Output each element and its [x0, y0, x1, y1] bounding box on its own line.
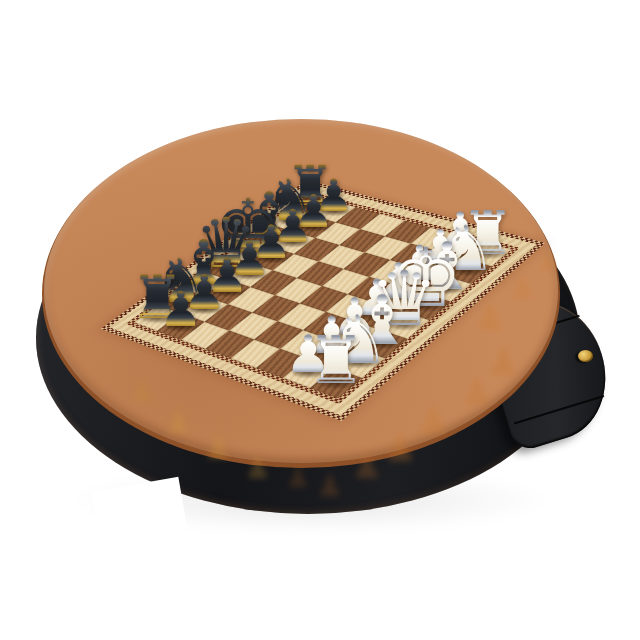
piece-black-pawn-a7[interactable]: ♟ [159, 286, 202, 334]
chess-set-scene: ♟♟♟♟♟♟♟♟♟♟♟♟♟♟ ♜♟♟♜♞♟♟♞♝♟♟♝♚♟♟♚♛♟♟♛♝♟♟♝♞… [0, 0, 640, 640]
pieces-layer: ♜♟♟♜♞♟♟♞♝♟♟♝♚♟♟♚♛♟♟♛♝♟♟♝♞♟♟♞♜♟♟♜ [0, 0, 640, 640]
piece-white-rook-a1[interactable]: ♜ [307, 328, 366, 394]
